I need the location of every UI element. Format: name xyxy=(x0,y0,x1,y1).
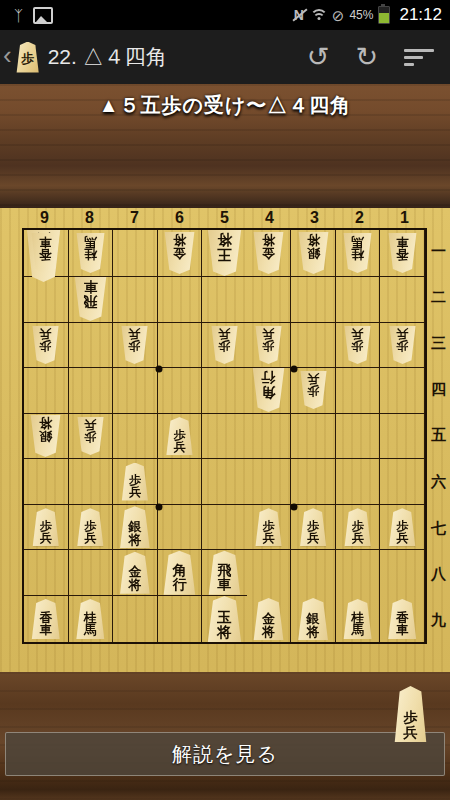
board-cell[interactable]: 銀将 xyxy=(24,414,69,460)
board-cell[interactable]: 香車 xyxy=(380,596,425,642)
shogi-piece[interactable]: 桂馬 xyxy=(342,233,373,273)
file-label: 8 xyxy=(67,208,112,228)
board-cell[interactable]: 歩兵 xyxy=(69,414,114,460)
file-label: 4 xyxy=(247,208,292,228)
shogi-piece[interactable]: 角行 xyxy=(251,368,286,412)
board-cell[interactable]: 桂馬 xyxy=(336,230,381,277)
board-cell[interactable] xyxy=(380,550,425,596)
board-cell[interactable] xyxy=(158,596,203,642)
board-cell[interactable] xyxy=(291,277,336,323)
status-bar: ᛉ N ⊘ 45% 21:12 xyxy=(0,0,450,30)
star-point xyxy=(156,504,163,511)
shogi-piece[interactable]: 歩兵 xyxy=(76,508,105,546)
board-cell[interactable]: 銀将 xyxy=(291,596,336,642)
board-cell[interactable]: 飛車 xyxy=(69,277,114,323)
board-cell[interactable] xyxy=(158,277,203,323)
board-cell[interactable] xyxy=(380,277,425,323)
board-cell[interactable]: 飛車 xyxy=(202,550,247,596)
board-cell[interactable] xyxy=(202,414,247,460)
shogi-piece[interactable]: 王将 xyxy=(206,230,243,276)
shogi-piece[interactable]: 銀将 xyxy=(297,598,330,640)
file-label: 9 xyxy=(22,208,67,228)
board-cell[interactable] xyxy=(69,323,114,369)
board-cell[interactable]: 歩兵 xyxy=(291,368,336,414)
rank-label: 五 xyxy=(427,413,450,459)
rank-label: 九 xyxy=(427,598,450,644)
board-cell[interactable]: 角行 xyxy=(158,550,203,596)
star-point xyxy=(291,365,298,372)
shogi-piece[interactable]: 歩兵 xyxy=(254,326,283,364)
board-cell[interactable] xyxy=(202,368,247,414)
file-label: 3 xyxy=(292,208,337,228)
board-cell[interactable]: 王将 xyxy=(202,230,247,277)
rank-label: 六 xyxy=(427,459,450,505)
shogi-piece[interactable]: 桂馬 xyxy=(342,599,373,639)
board-cell[interactable] xyxy=(113,277,158,323)
shogi-board: 987654321 一二三四五六七八九 香車桂馬金将王将金将銀将桂馬香車飛車歩兵… xyxy=(0,208,450,672)
toolbar: ‹ 歩 22. △４四角 ↺ ↻ xyxy=(0,30,450,85)
shogi-piece[interactable]: 歩兵 xyxy=(343,508,372,546)
board-cell[interactable] xyxy=(113,414,158,460)
file-label: 5 xyxy=(202,208,247,228)
board-cell[interactable] xyxy=(336,550,381,596)
star-point xyxy=(156,365,163,372)
shogi-piece[interactable]: 飛車 xyxy=(207,551,242,595)
board-cell[interactable]: 歩兵 xyxy=(247,323,292,369)
data-blocked-icon: ⊘ xyxy=(332,8,345,23)
status-clock: 21:12 xyxy=(399,5,442,25)
shogi-piece[interactable]: 歩兵 xyxy=(299,371,328,409)
shogi-piece[interactable]: 銀将 xyxy=(29,415,62,457)
board-cell[interactable] xyxy=(247,414,292,460)
shogi-piece[interactable]: 歩兵 xyxy=(388,508,417,546)
shogi-piece-icon: 歩 xyxy=(16,42,40,73)
shogi-piece[interactable]: 香車 xyxy=(30,599,61,639)
no-signal-icon: N xyxy=(292,7,306,23)
move-list-icon[interactable] xyxy=(404,49,434,66)
board-cell[interactable] xyxy=(291,550,336,596)
shogi-piece[interactable]: 金将 xyxy=(252,232,285,274)
board-cell[interactable] xyxy=(113,596,158,642)
shogi-piece[interactable]: 歩兵 xyxy=(31,326,60,364)
board-cell[interactable] xyxy=(247,277,292,323)
board-cell[interactable]: 歩兵 xyxy=(336,323,381,369)
rank-label: 一 xyxy=(427,228,450,274)
shogi-piece[interactable]: 歩兵 xyxy=(388,326,417,364)
shogi-piece[interactable]: 桂馬 xyxy=(75,599,106,639)
shogi-piece[interactable]: 歩兵 xyxy=(165,417,194,455)
board-cell[interactable] xyxy=(380,459,425,505)
board-cell[interactable]: 桂馬 xyxy=(336,596,381,642)
board-cell[interactable]: 金将 xyxy=(113,550,158,596)
board-cell[interactable]: 歩兵 xyxy=(113,323,158,369)
board-cell[interactable]: 歩兵 xyxy=(291,505,336,551)
board-cell[interactable] xyxy=(69,550,114,596)
board-cell[interactable] xyxy=(336,368,381,414)
shogi-piece[interactable]: 飛車 xyxy=(73,277,108,321)
board-cell[interactable] xyxy=(113,230,158,277)
board-cell[interactable]: 歩兵 xyxy=(24,505,69,551)
top-wood-panel: ▲５五歩の受け〜△４四角 歩兵 xyxy=(0,84,450,208)
board-cell[interactable] xyxy=(247,550,292,596)
board-cell[interactable] xyxy=(336,277,381,323)
board-cell[interactable]: 歩兵 xyxy=(113,459,158,505)
shogi-piece[interactable]: 歩兵 xyxy=(76,417,105,455)
board-cell[interactable] xyxy=(69,459,114,505)
board-cell[interactable]: 桂馬 xyxy=(69,596,114,642)
battery-icon xyxy=(378,6,390,24)
board-cell[interactable] xyxy=(247,459,292,505)
board-cell[interactable]: 角行 xyxy=(247,368,292,414)
board-cell[interactable] xyxy=(336,459,381,505)
board-cell[interactable] xyxy=(69,368,114,414)
board-cell[interactable] xyxy=(291,323,336,369)
shogi-piece[interactable]: 歩兵 xyxy=(31,508,60,546)
usb-icon: ᛉ xyxy=(14,8,23,23)
board-cell[interactable] xyxy=(202,505,247,551)
board-cell[interactable]: 歩兵 xyxy=(380,505,425,551)
board-grid: 香車桂馬金将王将金将銀将桂馬香車飛車歩兵歩兵歩兵歩兵歩兵歩兵角行歩兵銀将歩兵歩兵… xyxy=(22,228,427,644)
star-point xyxy=(291,504,298,511)
board-cell[interactable]: 歩兵 xyxy=(69,505,114,551)
file-label: 6 xyxy=(157,208,202,228)
shogi-piece[interactable]: 歩兵 xyxy=(299,508,328,546)
redo-icon[interactable]: ↻ xyxy=(355,44,378,71)
file-label: 2 xyxy=(337,208,382,228)
rank-label: 三 xyxy=(427,320,450,366)
shogi-piece[interactable]: 金将 xyxy=(118,552,151,594)
undo-icon[interactable]: ↺ xyxy=(307,44,330,71)
screenshot-icon xyxy=(33,7,53,24)
board-cell[interactable]: 銀将 xyxy=(291,230,336,277)
board-cell[interactable]: 金将 xyxy=(247,596,292,642)
board-cell[interactable] xyxy=(24,550,69,596)
back-button[interactable]: ‹ xyxy=(0,42,14,72)
board-cell[interactable]: 香車 xyxy=(24,596,69,642)
rank-label: 四 xyxy=(427,367,450,413)
board-cell[interactable]: 歩兵 xyxy=(247,505,292,551)
board-cell[interactable] xyxy=(158,459,203,505)
board-cell[interactable] xyxy=(24,459,69,505)
wifi-icon xyxy=(311,9,327,22)
board-cell[interactable] xyxy=(291,459,336,505)
shogi-piece[interactable]: 歩兵 xyxy=(343,326,372,364)
shogi-piece[interactable]: 銀将 xyxy=(297,232,330,274)
shogi-piece[interactable]: 銀将 xyxy=(118,506,151,548)
board-cell[interactable]: 歩兵 xyxy=(336,505,381,551)
board-cell[interactable] xyxy=(202,459,247,505)
board-cell[interactable]: 歩兵 xyxy=(158,414,203,460)
rank-label: 七 xyxy=(427,505,450,551)
board-cell[interactable] xyxy=(113,368,158,414)
shogi-piece[interactable]: 角行 xyxy=(162,551,197,595)
board-cell[interactable] xyxy=(202,277,247,323)
file-label: 7 xyxy=(112,208,157,228)
file-labels: 987654321 xyxy=(22,208,427,228)
move-label: 22. △４四角 xyxy=(48,43,307,71)
app-screen: ᛉ N ⊘ 45% 21:12 ‹ 歩 22. △４四角 ↺ ↻ ▲５五歩の受け… xyxy=(0,0,450,800)
rank-label: 八 xyxy=(427,552,450,598)
board-cell[interactable] xyxy=(158,368,203,414)
shogi-piece[interactable]: 金将 xyxy=(252,598,285,640)
lesson-title: ▲５五歩の受け〜△４四角 xyxy=(0,92,450,119)
board-cell[interactable]: 桂馬 xyxy=(69,230,114,277)
board-cell[interactable]: 歩兵 xyxy=(380,323,425,369)
board-cell[interactable] xyxy=(24,368,69,414)
rank-labels: 一二三四五六七八九 xyxy=(427,228,450,644)
shogi-piece[interactable]: 歩兵 xyxy=(254,508,283,546)
battery-percent: 45% xyxy=(349,8,373,22)
board-cell[interactable]: 歩兵 xyxy=(202,323,247,369)
board-cell[interactable] xyxy=(158,505,203,551)
rank-label: 二 xyxy=(427,274,450,320)
shogi-piece[interactable]: 金将 xyxy=(163,232,196,274)
board-cell[interactable]: 歩兵 xyxy=(24,323,69,369)
board-cell[interactable]: 香車 xyxy=(380,230,425,277)
shogi-piece[interactable]: 香車 xyxy=(387,233,418,273)
board-cell[interactable]: 金将 xyxy=(158,230,203,277)
board-cell[interactable] xyxy=(291,414,336,460)
shogi-piece[interactable]: 歩兵 xyxy=(120,326,149,364)
board-cell[interactable] xyxy=(24,277,69,323)
board-cell[interactable]: 銀将 xyxy=(113,505,158,551)
board-cell[interactable] xyxy=(336,414,381,460)
shogi-piece[interactable]: 歩兵 xyxy=(120,463,149,501)
board-cell[interactable] xyxy=(380,368,425,414)
shogi-piece[interactable]: 香車 xyxy=(387,599,418,639)
board-cell[interactable] xyxy=(380,414,425,460)
board-cell[interactable]: 玉将 xyxy=(202,596,247,642)
file-label: 1 xyxy=(382,208,427,228)
board-cell[interactable]: 金将 xyxy=(247,230,292,277)
board-cell[interactable] xyxy=(158,323,203,369)
shogi-piece[interactable]: 桂馬 xyxy=(75,233,106,273)
shogi-piece[interactable]: 玉将 xyxy=(206,596,243,642)
shogi-piece[interactable]: 歩兵 xyxy=(210,326,239,364)
view-commentary-button[interactable]: 解説を見る xyxy=(5,732,445,776)
